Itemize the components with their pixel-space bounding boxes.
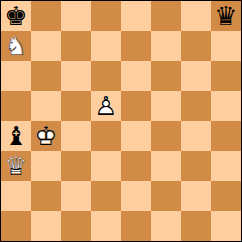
piece-white-king[interactable]: ♚♔ [31,121,61,151]
square-b3[interactable] [31,151,61,181]
square-a4[interactable]: ♝ [1,121,31,151]
square-a8[interactable]: ♚ [1,1,31,31]
square-a7[interactable]: ♞♘ [1,31,31,61]
piece-white-pawn[interactable]: ♟♙ [91,91,121,121]
square-e6[interactable] [121,61,151,91]
square-g5[interactable] [181,91,211,121]
square-d2[interactable] [91,181,121,211]
square-e3[interactable] [121,151,151,181]
square-g7[interactable] [181,31,211,61]
black-queen-icon: ♛ [211,1,241,31]
square-h6[interactable] [211,61,241,91]
square-f7[interactable] [151,31,181,61]
white-king-icon: ♔ [31,121,61,151]
square-b8[interactable] [31,1,61,31]
square-d4[interactable] [91,121,121,151]
square-a2[interactable] [1,181,31,211]
square-h2[interactable] [211,181,241,211]
square-b2[interactable] [31,181,61,211]
chess-board: ♚♛♞♘♟♙♝♚♔♛♕ [0,0,242,242]
square-h1[interactable] [211,211,241,241]
piece-black-king[interactable]: ♚ [1,1,31,31]
white-queen-icon: ♕ [1,151,31,181]
black-bishop-icon: ♝ [1,121,31,151]
square-d5[interactable]: ♟♙ [91,91,121,121]
square-d3[interactable] [91,151,121,181]
square-c6[interactable] [61,61,91,91]
piece-black-bishop[interactable]: ♝ [1,121,31,151]
square-h5[interactable] [211,91,241,121]
square-g6[interactable] [181,61,211,91]
piece-black-queen[interactable]: ♛ [211,1,241,31]
square-e5[interactable] [121,91,151,121]
square-g2[interactable] [181,181,211,211]
square-g8[interactable] [181,1,211,31]
square-a3[interactable]: ♛♕ [1,151,31,181]
square-c1[interactable] [61,211,91,241]
square-g4[interactable] [181,121,211,151]
square-f4[interactable] [151,121,181,151]
white-pawn-icon: ♙ [91,91,121,121]
square-a5[interactable] [1,91,31,121]
square-d1[interactable] [91,211,121,241]
square-d7[interactable] [91,31,121,61]
square-a6[interactable] [1,61,31,91]
square-f2[interactable] [151,181,181,211]
square-g3[interactable] [181,151,211,181]
piece-white-queen[interactable]: ♛♕ [1,151,31,181]
square-f3[interactable] [151,151,181,181]
square-e1[interactable] [121,211,151,241]
black-king-icon: ♚ [1,1,31,31]
white-knight-icon: ♘ [1,31,31,61]
square-g1[interactable] [181,211,211,241]
square-b5[interactable] [31,91,61,121]
square-b6[interactable] [31,61,61,91]
square-e2[interactable] [121,181,151,211]
square-f5[interactable] [151,91,181,121]
square-c3[interactable] [61,151,91,181]
square-a1[interactable] [1,211,31,241]
square-h4[interactable] [211,121,241,151]
square-c5[interactable] [61,91,91,121]
square-f8[interactable] [151,1,181,31]
piece-white-knight[interactable]: ♞♘ [1,31,31,61]
square-c8[interactable] [61,1,91,31]
square-e4[interactable] [121,121,151,151]
square-d6[interactable] [91,61,121,91]
square-c2[interactable] [61,181,91,211]
square-b7[interactable] [31,31,61,61]
square-b1[interactable] [31,211,61,241]
square-e8[interactable] [121,1,151,31]
square-b4[interactable]: ♚♔ [31,121,61,151]
square-f6[interactable] [151,61,181,91]
square-d8[interactable] [91,1,121,31]
square-h7[interactable] [211,31,241,61]
square-f1[interactable] [151,211,181,241]
square-c4[interactable] [61,121,91,151]
square-h3[interactable] [211,151,241,181]
square-e7[interactable] [121,31,151,61]
square-h8[interactable]: ♛ [211,1,241,31]
square-c7[interactable] [61,31,91,61]
